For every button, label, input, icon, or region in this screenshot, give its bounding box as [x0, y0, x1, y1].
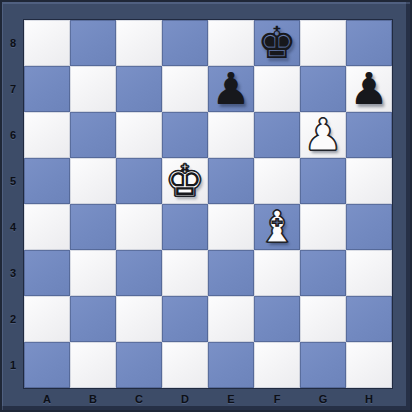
file-label-f: F [254, 388, 300, 409]
file-label-g: G [300, 388, 346, 409]
square-e2[interactable] [208, 296, 254, 342]
square-c4[interactable] [116, 204, 162, 250]
file-label-a: A [24, 388, 70, 409]
square-a1[interactable] [24, 342, 70, 388]
square-e6[interactable] [208, 112, 254, 158]
square-e5[interactable] [208, 158, 254, 204]
square-f8[interactable]: ♚ [254, 20, 300, 66]
white-bishop[interactable]: ♝ [257, 205, 296, 249]
square-e4[interactable] [208, 204, 254, 250]
square-b4[interactable] [70, 204, 116, 250]
square-c5[interactable] [116, 158, 162, 204]
square-a8[interactable] [24, 20, 70, 66]
square-d8[interactable] [162, 20, 208, 66]
square-h1[interactable] [346, 342, 392, 388]
square-g1[interactable] [300, 342, 346, 388]
square-e1[interactable] [208, 342, 254, 388]
white-king[interactable]: ♚ [165, 159, 204, 203]
square-h7[interactable]: ♟ [346, 66, 392, 112]
square-f6[interactable] [254, 112, 300, 158]
square-g8[interactable] [300, 20, 346, 66]
square-b7[interactable] [70, 66, 116, 112]
square-c7[interactable] [116, 66, 162, 112]
square-b8[interactable] [70, 20, 116, 66]
rank-label-7: 7 [2, 66, 24, 112]
square-g6[interactable]: ♟ [300, 112, 346, 158]
square-h8[interactable] [346, 20, 392, 66]
square-a4[interactable] [24, 204, 70, 250]
square-c8[interactable] [116, 20, 162, 66]
rank-label-1: 1 [2, 342, 24, 388]
square-h6[interactable] [346, 112, 392, 158]
square-h2[interactable] [346, 296, 392, 342]
black-pawn[interactable]: ♟ [349, 67, 388, 111]
square-d7[interactable] [162, 66, 208, 112]
square-b6[interactable] [70, 112, 116, 158]
file-label-h: H [346, 388, 392, 409]
rank-label-5: 5 [2, 158, 24, 204]
square-a7[interactable] [24, 66, 70, 112]
file-label-c: C [116, 388, 162, 409]
square-c2[interactable] [116, 296, 162, 342]
square-g2[interactable] [300, 296, 346, 342]
black-king[interactable]: ♚ [257, 21, 296, 65]
square-a3[interactable] [24, 250, 70, 296]
square-c3[interactable] [116, 250, 162, 296]
square-h3[interactable] [346, 250, 392, 296]
square-a5[interactable] [24, 158, 70, 204]
square-g4[interactable] [300, 204, 346, 250]
square-d1[interactable] [162, 342, 208, 388]
rank-labels: 87654321 [2, 20, 24, 388]
square-b1[interactable] [70, 342, 116, 388]
rank-label-2: 2 [2, 296, 24, 342]
square-f3[interactable] [254, 250, 300, 296]
square-f4[interactable]: ♝ [254, 204, 300, 250]
rank-label-3: 3 [2, 250, 24, 296]
rank-label-6: 6 [2, 112, 24, 158]
square-c6[interactable] [116, 112, 162, 158]
square-d2[interactable] [162, 296, 208, 342]
file-label-e: E [208, 388, 254, 409]
square-a2[interactable] [24, 296, 70, 342]
square-h5[interactable] [346, 158, 392, 204]
rank-label-4: 4 [2, 204, 24, 250]
square-g3[interactable] [300, 250, 346, 296]
chess-board: ♚♟♟♟♚♝ [24, 20, 392, 388]
square-b3[interactable] [70, 250, 116, 296]
file-label-b: B [70, 388, 116, 409]
square-e7[interactable]: ♟ [208, 66, 254, 112]
square-d3[interactable] [162, 250, 208, 296]
square-f7[interactable] [254, 66, 300, 112]
square-d4[interactable] [162, 204, 208, 250]
square-g7[interactable] [300, 66, 346, 112]
square-b2[interactable] [70, 296, 116, 342]
square-f5[interactable] [254, 158, 300, 204]
square-a6[interactable] [24, 112, 70, 158]
file-label-d: D [162, 388, 208, 409]
square-b5[interactable] [70, 158, 116, 204]
square-c1[interactable] [116, 342, 162, 388]
square-h4[interactable] [346, 204, 392, 250]
square-f1[interactable] [254, 342, 300, 388]
square-e3[interactable] [208, 250, 254, 296]
square-f2[interactable] [254, 296, 300, 342]
square-e8[interactable] [208, 20, 254, 66]
black-pawn[interactable]: ♟ [211, 67, 250, 111]
square-d5[interactable]: ♚ [162, 158, 208, 204]
white-pawn[interactable]: ♟ [303, 113, 342, 157]
square-d6[interactable] [162, 112, 208, 158]
chessboard-frame: 87654321 ♚♟♟♟♚♝ ABCDEFGH [0, 0, 412, 412]
square-g5[interactable] [300, 158, 346, 204]
file-labels: ABCDEFGH [24, 388, 392, 409]
rank-label-8: 8 [2, 20, 24, 66]
